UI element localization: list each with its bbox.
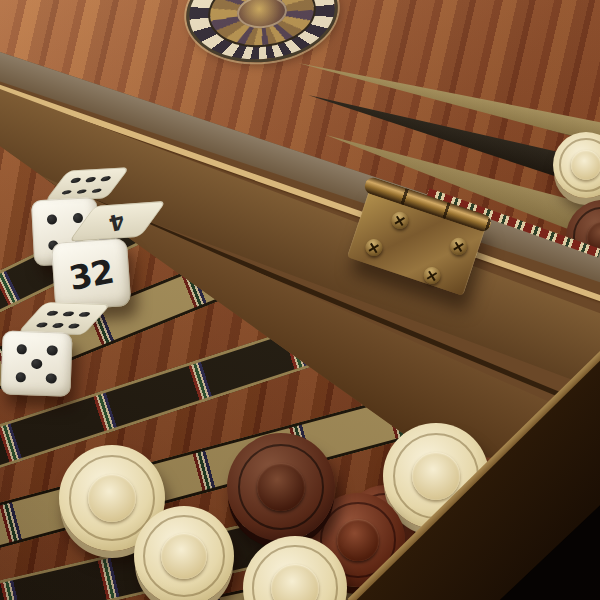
die-front-face (0, 330, 72, 396)
die-pip-icon (77, 312, 91, 317)
die-pip-icon (62, 311, 76, 316)
die-pip-icon (46, 373, 57, 383)
die-white-2[interactable] (0, 294, 96, 405)
die-pip-icon (31, 359, 42, 369)
die-pip-icon (15, 372, 26, 382)
die-pip-icon (61, 190, 74, 195)
die-pip-icon (16, 344, 27, 354)
die-pip-icon (99, 176, 112, 181)
die-pip-icon (85, 177, 98, 182)
die-pip-icon (76, 189, 89, 194)
die-pip-icon (47, 345, 58, 355)
checker-dark[interactable] (227, 433, 335, 541)
die-pip-icon (46, 311, 60, 316)
die-pip-icon (70, 178, 83, 183)
die-pip-icon (67, 323, 81, 328)
cube-top-value: 4 (107, 208, 128, 236)
backgammon-board-photo: 4 32 (0, 0, 600, 600)
die-pip-icon (35, 322, 49, 327)
die-pip-icon (51, 323, 65, 328)
cube-front-value: 32 (66, 251, 117, 298)
checker-cream[interactable] (134, 506, 234, 600)
die-pip-icon (90, 188, 103, 193)
